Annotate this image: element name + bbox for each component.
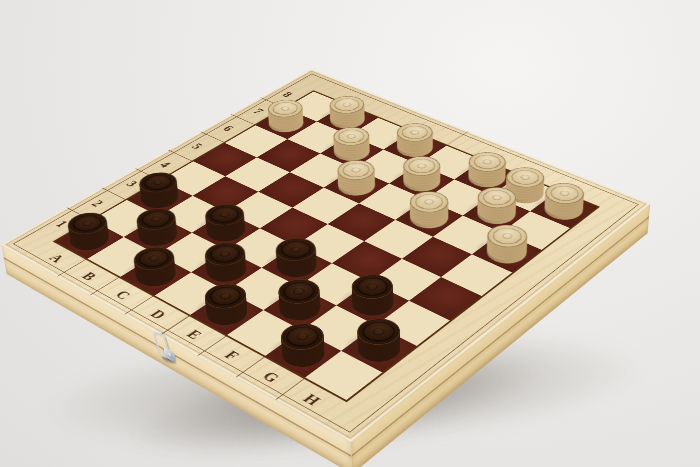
board-top-surface: ABCDEFGH 87654321 — [1, 69, 650, 442]
photo-canvas: { "game": "checkers (draughts), starting… — [0, 0, 700, 467]
dark-piece-a1 — [63, 224, 117, 254]
board-rotation-wrap: ABCDEFGH 87654321 — [0, 0, 700, 467]
light-piece-h8 — [537, 195, 590, 224]
dark-piece-f2 — [271, 291, 329, 326]
dark-piece-h2 — [349, 330, 409, 367]
light-piece-h6 — [479, 236, 534, 268]
checkers-board: ABCDEFGH 87654321 — [1, 69, 650, 442]
playing-field — [55, 92, 597, 400]
